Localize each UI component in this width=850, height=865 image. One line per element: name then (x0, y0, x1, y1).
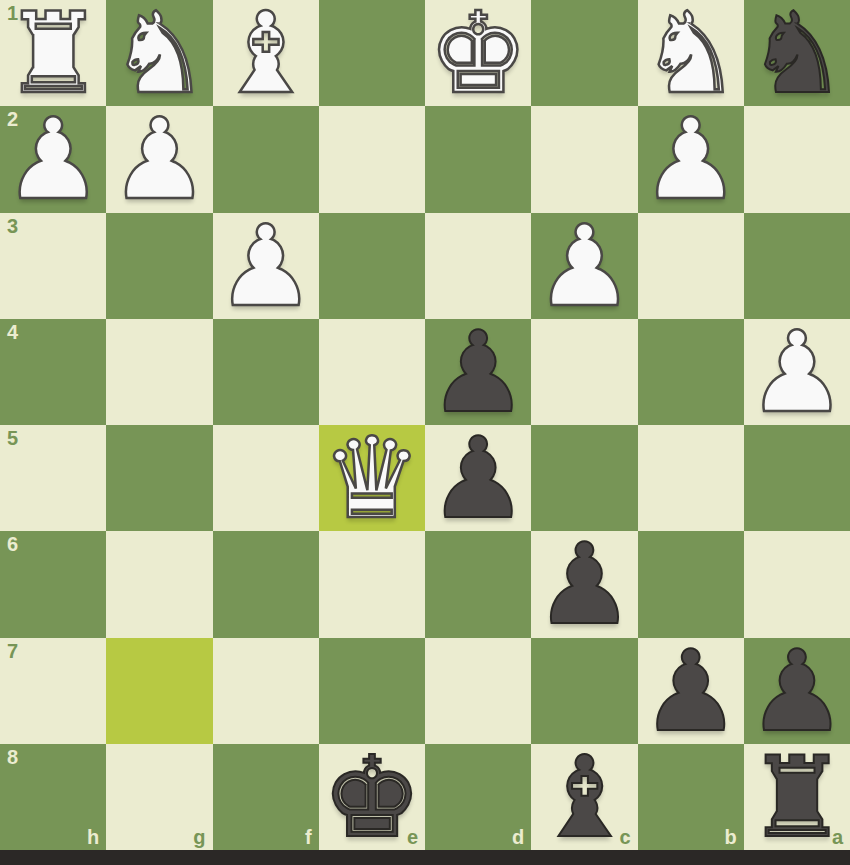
white-pawn[interactable]: ♟ (215, 213, 315, 319)
square-g7[interactable] (106, 638, 212, 744)
square-b6[interactable] (638, 531, 744, 637)
black-pawn[interactable]: ♟ (534, 531, 634, 637)
square-g5[interactable] (106, 425, 212, 531)
square-f3[interactable]: ♟ (213, 213, 319, 319)
square-e8[interactable]: e♚ (319, 744, 425, 850)
white-pawn[interactable]: ♟ (747, 319, 847, 425)
square-a6[interactable] (744, 531, 850, 637)
black-knight[interactable]: ♞ (747, 0, 847, 106)
square-f2[interactable] (213, 106, 319, 212)
square-f7[interactable] (213, 638, 319, 744)
square-h1[interactable]: 1♜ (0, 0, 106, 106)
square-f1[interactable]: ♝ (213, 0, 319, 106)
square-b8[interactable]: b (638, 744, 744, 850)
white-pawn[interactable]: ♟ (109, 106, 209, 212)
file-label-g: g (193, 827, 205, 847)
file-label-e: e (407, 827, 418, 847)
square-d5[interactable]: ♟ (425, 425, 531, 531)
square-e5[interactable]: ♛ (319, 425, 425, 531)
square-b1[interactable]: ♞ (638, 0, 744, 106)
square-a5[interactable] (744, 425, 850, 531)
square-b3[interactable] (638, 213, 744, 319)
file-label-a: a (832, 827, 843, 847)
file-label-b: b (725, 827, 737, 847)
square-h8[interactable]: 8h (0, 744, 106, 850)
file-label-c: c (619, 827, 630, 847)
white-knight[interactable]: ♞ (109, 0, 209, 106)
square-c3[interactable]: ♟ (531, 213, 637, 319)
square-g4[interactable] (106, 319, 212, 425)
square-b7[interactable]: ♟ (638, 638, 744, 744)
square-a7[interactable]: ♟ (744, 638, 850, 744)
square-e7[interactable] (319, 638, 425, 744)
white-knight[interactable]: ♞ (640, 0, 740, 106)
black-pawn[interactable]: ♟ (640, 638, 740, 744)
file-label-d: d (512, 827, 524, 847)
rank-label-6: 6 (7, 534, 18, 554)
square-a2[interactable] (744, 106, 850, 212)
file-label-h: h (87, 827, 99, 847)
square-e2[interactable] (319, 106, 425, 212)
square-c8[interactable]: c♝ (531, 744, 637, 850)
square-h7[interactable]: 7 (0, 638, 106, 744)
rank-label-7: 7 (7, 641, 18, 661)
square-g8[interactable]: g (106, 744, 212, 850)
square-f4[interactable] (213, 319, 319, 425)
square-g6[interactable] (106, 531, 212, 637)
square-h6[interactable]: 6 (0, 531, 106, 637)
square-c7[interactable] (531, 638, 637, 744)
square-b2[interactable]: ♟ (638, 106, 744, 212)
rank-label-5: 5 (7, 428, 18, 448)
square-h3[interactable]: 3 (0, 213, 106, 319)
rank-label-3: 3 (7, 216, 18, 236)
white-pawn[interactable]: ♟ (534, 213, 634, 319)
file-label-f: f (305, 827, 312, 847)
square-c6[interactable]: ♟ (531, 531, 637, 637)
black-pawn[interactable]: ♟ (747, 638, 847, 744)
square-d3[interactable] (425, 213, 531, 319)
square-c2[interactable] (531, 106, 637, 212)
square-f5[interactable] (213, 425, 319, 531)
square-e6[interactable] (319, 531, 425, 637)
square-b5[interactable] (638, 425, 744, 531)
square-c4[interactable] (531, 319, 637, 425)
square-g1[interactable]: ♞ (106, 0, 212, 106)
white-queen[interactable]: ♛ (322, 425, 422, 531)
square-c1[interactable] (531, 0, 637, 106)
black-pawn[interactable]: ♟ (428, 425, 528, 531)
square-e1[interactable] (319, 0, 425, 106)
square-b4[interactable] (638, 319, 744, 425)
rank-label-4: 4 (7, 322, 18, 342)
rank-label-2: 2 (7, 109, 18, 129)
white-bishop[interactable]: ♝ (215, 0, 315, 106)
bottom-bar (0, 850, 850, 865)
square-g3[interactable] (106, 213, 212, 319)
chess-board: 1♜♞♝♚♞♞2♟♟♟3♟♟4♟♟5♛♟6♟7♟♟8hgfe♚dc♝ba♜ (0, 0, 850, 850)
square-a1[interactable]: ♞ (744, 0, 850, 106)
square-a3[interactable] (744, 213, 850, 319)
rank-label-1: 1 (7, 3, 18, 23)
square-d1[interactable]: ♚ (425, 0, 531, 106)
square-c5[interactable] (531, 425, 637, 531)
white-pawn[interactable]: ♟ (640, 106, 740, 212)
square-h4[interactable]: 4 (0, 319, 106, 425)
square-f6[interactable] (213, 531, 319, 637)
square-d6[interactable] (425, 531, 531, 637)
black-pawn[interactable]: ♟ (428, 319, 528, 425)
square-d8[interactable]: d (425, 744, 531, 850)
square-d7[interactable] (425, 638, 531, 744)
square-e4[interactable] (319, 319, 425, 425)
square-g2[interactable]: ♟ (106, 106, 212, 212)
square-d4[interactable]: ♟ (425, 319, 531, 425)
square-h5[interactable]: 5 (0, 425, 106, 531)
square-e3[interactable] (319, 213, 425, 319)
square-h2[interactable]: 2♟ (0, 106, 106, 212)
rank-label-8: 8 (7, 747, 18, 767)
white-king[interactable]: ♚ (428, 0, 528, 106)
square-a8[interactable]: a♜ (744, 744, 850, 850)
square-a4[interactable]: ♟ (744, 319, 850, 425)
square-d2[interactable] (425, 106, 531, 212)
square-f8[interactable]: f (213, 744, 319, 850)
